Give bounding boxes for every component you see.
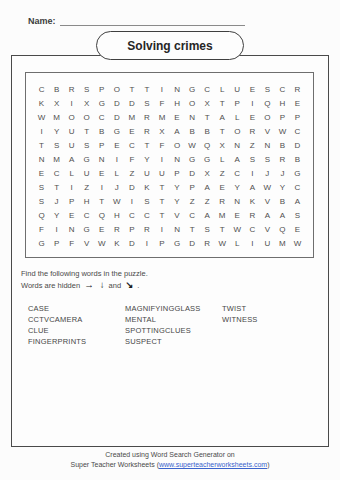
grid-cell: Q (275, 222, 290, 236)
word-item: CLUE (28, 325, 125, 336)
grid-cell: L (215, 82, 230, 96)
grid-cell: H (275, 96, 290, 110)
grid-cell: E (245, 110, 260, 124)
grid-cell: L (215, 152, 230, 166)
grid-cell: I (49, 222, 64, 236)
grid-cell: T (124, 82, 139, 96)
grid-cell: S (34, 194, 49, 208)
grid-cell: E (290, 222, 305, 236)
grid-cell: H (109, 208, 124, 222)
grid-cell: J (49, 194, 64, 208)
grid-cell: W (290, 236, 305, 250)
grid-cell: S (260, 152, 275, 166)
grid-cell: L (109, 166, 124, 180)
grid-cell: O (79, 110, 94, 124)
name-label: Name: (28, 16, 56, 26)
grid-cell: T (185, 222, 200, 236)
grid-cell: L (230, 110, 245, 124)
grid-cell: D (124, 236, 139, 250)
grid-cell: F (124, 152, 139, 166)
grid-cell: M (49, 110, 64, 124)
grid-cell: V (260, 222, 275, 236)
arrow-right-icon: → (82, 279, 96, 290)
grid-cell: E (124, 124, 139, 138)
grid-cell: W (275, 124, 290, 138)
grid-cell: O (64, 110, 79, 124)
grid-cell: X (79, 96, 94, 110)
grid-cell: D (290, 138, 305, 152)
grid-cell: S (290, 208, 305, 222)
grid-cell: E (245, 82, 260, 96)
grid-cell: B (185, 124, 200, 138)
grid-cell: C (49, 166, 64, 180)
grid-cell: E (94, 222, 109, 236)
grid-cell: S (79, 138, 94, 152)
grid-cell: C (79, 208, 94, 222)
grid-cell: I (154, 222, 169, 236)
grid-cell: I (109, 152, 124, 166)
grid-cell: A (64, 152, 79, 166)
word-item: SPOTTINGCLUES (125, 325, 222, 336)
grid-cell: P (94, 138, 109, 152)
grid-cell: D (185, 166, 200, 180)
grid-cell: R (139, 110, 154, 124)
grid-cell: G (185, 152, 200, 166)
grid-cell: B (275, 194, 290, 208)
grid-cell: U (79, 166, 94, 180)
grid-cell: I (139, 236, 154, 250)
grid-cell: R (200, 236, 215, 250)
grid-cell: U (230, 82, 245, 96)
instructions: Find the following words in the puzzle. … (21, 268, 148, 291)
grid-cell: I (94, 180, 109, 194)
word-list: CASECCTVCAMERACLUEFINGERPRINTSMAGNIFYING… (28, 303, 258, 347)
grid-cell: A (200, 180, 215, 194)
grid-cell: D (124, 180, 139, 194)
grid-cell: T (49, 180, 64, 194)
grid-cell: K (245, 194, 260, 208)
grid-cell: Y (49, 208, 64, 222)
grid-cell: I (124, 194, 139, 208)
footer-line2: Super Teacher Worksheets (www.superteach… (0, 460, 340, 470)
grid-cell: J (275, 166, 290, 180)
arrow-down-icon: ↓ (98, 279, 107, 290)
grid-cell: K (139, 180, 154, 194)
instructions-line1: Find the following words in the puzzle. (21, 268, 148, 279)
grid-cell: N (94, 152, 109, 166)
grid-cell: M (124, 110, 139, 124)
grid-cell: Z (124, 166, 139, 180)
grid-cell: N (230, 194, 245, 208)
grid-cell: L (64, 166, 79, 180)
grid-cell: G (79, 222, 94, 236)
grid-cell: F (154, 96, 169, 110)
instructions-line2: Words are hidden → ↓ and ↘ . (21, 279, 148, 291)
grid-cell: H (79, 194, 94, 208)
grid-cell: I (154, 82, 169, 96)
name-blank-line[interactable] (60, 16, 245, 26)
grid-cell: A (215, 110, 230, 124)
grid-cell: Y (275, 180, 290, 194)
grid-cell: E (290, 96, 305, 110)
grid-cell: E (230, 208, 245, 222)
grid-cell: I (154, 152, 169, 166)
grid-cell: L (230, 236, 245, 250)
grid-cell: X (200, 96, 215, 110)
grid-cell: R (109, 222, 124, 236)
grid-cell: P (94, 82, 109, 96)
grid-cell: Q (34, 208, 49, 222)
footer-line1: Created using Word Search Generator on (0, 450, 340, 460)
word-list-column: TWISTWITNESS (222, 303, 258, 347)
grid-cell: F (154, 138, 169, 152)
superteacherworksheets-link[interactable]: www.superteacherworksheets.com (159, 461, 267, 468)
grid-cell: X (154, 124, 169, 138)
grid-cell: X (49, 96, 64, 110)
grid-cell: B (49, 82, 64, 96)
grid-cell: O (109, 82, 124, 96)
grid-cell: C (200, 82, 215, 96)
word-item: CASE (28, 303, 125, 314)
word-search-grid: CBRSPOTTINGCLUESCRKXIXGDDSFHOXTPIQHEWMOO… (34, 82, 305, 250)
grid-cell: C (290, 180, 305, 194)
grid-cell: N (169, 152, 184, 166)
grid-cell: S (49, 138, 64, 152)
grid-cell: N (260, 138, 275, 152)
grid-cell: O (230, 124, 245, 138)
grid-cell: N (185, 110, 200, 124)
grid-cell: U (139, 166, 154, 180)
grid-cell: Z (245, 138, 260, 152)
grid-cell: Y (169, 194, 184, 208)
grid-cell: G (200, 152, 215, 166)
grid-cell: F (64, 236, 79, 250)
grid-cell: R (64, 82, 79, 96)
grid-cell: P (290, 110, 305, 124)
grid-cell: D (185, 236, 200, 250)
grid-cell: T (139, 138, 154, 152)
word-item: MAGNIFYINGGLASS (125, 303, 222, 314)
grid-cell: Q (260, 96, 275, 110)
grid-cell: V (260, 124, 275, 138)
grid-cell: N (169, 82, 184, 96)
word-item: CCTVCAMERA (28, 314, 125, 325)
grid-cell: S (200, 222, 215, 236)
grid-cell: V (260, 194, 275, 208)
grid-cell: Y (139, 152, 154, 166)
grid-cell: A (245, 180, 260, 194)
grid-cell: G (185, 82, 200, 96)
grid-cell: Z (79, 180, 94, 194)
grid-cell: A (260, 208, 275, 222)
grid-cell: C (94, 110, 109, 124)
grid-cell: O (185, 96, 200, 110)
grid-cell: W (109, 194, 124, 208)
grid-cell: A (169, 124, 184, 138)
grid-cell: P (64, 194, 79, 208)
grid-cell: D (109, 110, 124, 124)
grid-cell: Z (215, 166, 230, 180)
grid-cell: H (169, 96, 184, 110)
grid-cell: Y (169, 180, 184, 194)
grid-cell: D (109, 96, 124, 110)
grid-cell: M (215, 208, 230, 222)
grid-cell: S (34, 180, 49, 194)
grid-cell: G (79, 152, 94, 166)
grid-cell: E (94, 166, 109, 180)
grid-cell: D (124, 96, 139, 110)
grid-cell: M (49, 152, 64, 166)
grid-cell: K (109, 236, 124, 250)
word-item: MENTAL (125, 314, 222, 325)
grid-cell: T (200, 110, 215, 124)
grid-cell: S (79, 82, 94, 96)
grid-cell: B (200, 124, 215, 138)
grid-cell: T (154, 208, 169, 222)
grid-cell: Y (49, 124, 64, 138)
grid-cell: N (64, 222, 79, 236)
grid-cell: P (169, 166, 184, 180)
grid-cell: I (245, 96, 260, 110)
grid-cell: G (94, 96, 109, 110)
grid-cell: Z (200, 194, 215, 208)
grid-cell: I (34, 124, 49, 138)
grid-cell: I (64, 96, 79, 110)
grid-cell: W (34, 110, 49, 124)
grid-cell: C (124, 208, 139, 222)
grid-cell: C (230, 166, 245, 180)
grid-cell: T (215, 222, 230, 236)
grid-cell: S (260, 82, 275, 96)
grid-cell: P (124, 222, 139, 236)
grid-cell: E (169, 110, 184, 124)
puzzle-grid-box: CBRSPOTTINGCLUESCRKXIXGDDSFHOXTPIQHEWMOO… (25, 72, 314, 258)
footer: Created using Word Search Generator on S… (0, 450, 340, 470)
grid-cell: J (260, 166, 275, 180)
grid-cell: Y (230, 180, 245, 194)
grid-cell: R (290, 82, 305, 96)
grid-cell: U (260, 236, 275, 250)
grid-cell: N (230, 138, 245, 152)
grid-cell: U (64, 138, 79, 152)
word-item: TWIST (222, 303, 258, 314)
grid-cell: T (215, 124, 230, 138)
grid-cell: V (79, 236, 94, 250)
word-item: SUSPECT (125, 336, 222, 347)
grid-cell: E (215, 180, 230, 194)
grid-cell: N (169, 222, 184, 236)
grid-cell: C (185, 208, 200, 222)
grid-cell: W (215, 236, 230, 250)
grid-cell: F (34, 222, 49, 236)
grid-cell: G (34, 236, 49, 250)
grid-cell: C (275, 82, 290, 96)
grid-cell: E (109, 138, 124, 152)
grid-cell: R (245, 208, 260, 222)
grid-cell: P (154, 236, 169, 250)
grid-cell: W (94, 236, 109, 250)
grid-cell: C (124, 138, 139, 152)
grid-cell: I (245, 236, 260, 250)
grid-cell: T (79, 124, 94, 138)
grid-cell: S (245, 152, 260, 166)
grid-cell: Q (200, 138, 215, 152)
grid-cell: E (34, 166, 49, 180)
grid-cell: X (200, 166, 215, 180)
grid-cell: T (154, 180, 169, 194)
grid-cell: C (34, 82, 49, 96)
grid-cell: S (139, 96, 154, 110)
grid-cell: Q (94, 208, 109, 222)
grid-cell: U (64, 124, 79, 138)
grid-cell: S (139, 194, 154, 208)
grid-cell: T (154, 194, 169, 208)
name-row: Name: (28, 16, 245, 26)
grid-cell: M (275, 236, 290, 250)
grid-cell: O (169, 138, 184, 152)
grid-cell: R (215, 194, 230, 208)
grid-cell: G (169, 236, 184, 250)
grid-cell: T (94, 194, 109, 208)
grid-cell: U (154, 166, 169, 180)
grid-cell: R (139, 222, 154, 236)
grid-cell: J (109, 180, 124, 194)
grid-cell: W (260, 180, 275, 194)
grid-cell: P (185, 180, 200, 194)
grid-cell: P (230, 96, 245, 110)
worksheet-title-banner: Solving crimes (96, 31, 244, 60)
grid-cell: T (34, 138, 49, 152)
grid-cell: Z (185, 194, 200, 208)
grid-cell: P (275, 110, 290, 124)
grid-cell: G (109, 124, 124, 138)
grid-cell: R (245, 124, 260, 138)
grid-cell: I (245, 166, 260, 180)
grid-cell: A (230, 152, 245, 166)
grid-cell: T (215, 96, 230, 110)
grid-cell: C (290, 124, 305, 138)
word-list-column: MAGNIFYINGGLASSMENTALSPOTTINGCLUESSUSPEC… (125, 303, 222, 347)
grid-cell: R (275, 152, 290, 166)
grid-cell: A (275, 208, 290, 222)
page-title: Solving crimes (127, 39, 212, 53)
word-item: WITNESS (222, 314, 258, 325)
grid-cell: W (230, 222, 245, 236)
word-item: FINGERPRINTS (28, 336, 125, 347)
grid-cell: B (290, 152, 305, 166)
grid-cell: O (260, 110, 275, 124)
grid-cell: A (200, 208, 215, 222)
grid-cell: W (185, 138, 200, 152)
grid-cell: A (290, 194, 305, 208)
grid-cell: B (275, 138, 290, 152)
grid-cell: N (34, 152, 49, 166)
grid-cell: E (64, 208, 79, 222)
grid-cell: P (49, 236, 64, 250)
grid-cell: K (34, 96, 49, 110)
grid-cell: X (215, 138, 230, 152)
word-list-column: CASECCTVCAMERACLUEFINGERPRINTS (28, 303, 125, 347)
grid-cell: I (64, 180, 79, 194)
grid-cell: V (169, 208, 184, 222)
grid-cell: R (139, 124, 154, 138)
grid-cell: G (290, 166, 305, 180)
grid-cell: M (154, 110, 169, 124)
grid-cell: C (245, 222, 260, 236)
arrow-diagonal-icon: ↘ (123, 279, 135, 290)
grid-cell: C (139, 208, 154, 222)
grid-cell: T (139, 82, 154, 96)
grid-cell: B (94, 124, 109, 138)
